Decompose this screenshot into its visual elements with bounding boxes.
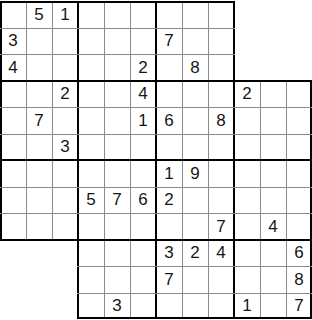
cell-r10c5-empty[interactable] <box>104 240 130 267</box>
cell-r5c7-given[interactable]: 6 <box>156 107 182 134</box>
cell-r2c9-empty[interactable] <box>208 28 234 55</box>
cell-r1c5-empty[interactable] <box>104 1 130 28</box>
cell-r4c2-empty[interactable] <box>26 81 52 108</box>
cell-r10c4-empty[interactable] <box>78 240 104 267</box>
cell-r4c4-empty[interactable] <box>78 81 104 108</box>
cell-r12c9-empty[interactable] <box>208 293 234 320</box>
cell-r10c7-given[interactable]: 3 <box>156 240 182 267</box>
cell-r7c12-empty[interactable] <box>286 160 312 187</box>
cell-r3c8-given[interactable]: 8 <box>182 54 208 81</box>
cell-r12c6-empty[interactable] <box>130 293 156 320</box>
cell-r8c6-given[interactable]: 6 <box>130 187 156 214</box>
cell-r1c9-empty[interactable] <box>208 1 234 28</box>
cell-r8c2-empty[interactable] <box>26 187 52 214</box>
cell-r5c6-given[interactable]: 1 <box>130 107 156 134</box>
cell-r1c8-empty[interactable] <box>182 1 208 28</box>
cell-r6c11-empty[interactable] <box>260 134 286 161</box>
cell-r2c6-empty[interactable] <box>130 28 156 55</box>
cell-r9c5-empty[interactable] <box>104 213 130 240</box>
cell-r9c3-empty[interactable] <box>52 213 78 240</box>
cell-r7c3-empty[interactable] <box>52 160 78 187</box>
cell-r1c3-given[interactable]: 1 <box>52 1 78 28</box>
cell-r3c1-given[interactable]: 4 <box>0 54 26 81</box>
cell-r2c4-empty[interactable] <box>78 28 104 55</box>
cell-r11c4-empty[interactable] <box>78 266 104 293</box>
cell-r6c5-empty[interactable] <box>104 134 130 161</box>
puzzle-screen: 51374282427168319576274324678317 <box>0 0 312 320</box>
cell-r6c4-empty[interactable] <box>78 134 104 161</box>
cell-r8c4-given[interactable]: 5 <box>78 187 104 214</box>
cell-r4c1-empty[interactable] <box>0 81 26 108</box>
cell-r4c12-empty[interactable] <box>286 81 312 108</box>
cell-r6c12-empty[interactable] <box>286 134 312 161</box>
cell-r6c6-empty[interactable] <box>130 134 156 161</box>
cell-r6c8-empty[interactable] <box>182 134 208 161</box>
cell-r4c3-given[interactable]: 2 <box>52 81 78 108</box>
cell-r7c9-empty[interactable] <box>208 160 234 187</box>
cell-r11c12-given[interactable]: 8 <box>286 266 312 293</box>
cell-r8c1-empty[interactable] <box>0 187 26 214</box>
cell-r6c1-empty[interactable] <box>0 134 26 161</box>
cell-r7c5-empty[interactable] <box>104 160 130 187</box>
cell-r9c4-empty[interactable] <box>78 213 104 240</box>
cell-r8c5-given[interactable]: 7 <box>104 187 130 214</box>
cell-r7c11-empty[interactable] <box>260 160 286 187</box>
cell-r2c7-given[interactable]: 7 <box>156 28 182 55</box>
cell-r3c7-empty[interactable] <box>156 54 182 81</box>
cell-r11c11-empty[interactable] <box>260 266 286 293</box>
cell-r5c4-empty[interactable] <box>78 107 104 134</box>
cell-r10c6-empty[interactable] <box>130 240 156 267</box>
cell-r9c11-given[interactable]: 4 <box>260 213 286 240</box>
cell-r7c6-empty[interactable] <box>130 160 156 187</box>
cell-r6c2-empty[interactable] <box>26 134 52 161</box>
cell-r12c5-given[interactable]: 3 <box>104 293 130 320</box>
cell-r1c6-empty[interactable] <box>130 1 156 28</box>
cell-r2c3-empty[interactable] <box>52 28 78 55</box>
cell-r7c10-empty[interactable] <box>234 160 260 187</box>
cell-r1c4-empty[interactable] <box>78 1 104 28</box>
cell-r8c9-empty[interactable] <box>208 187 234 214</box>
cell-r5c1-empty[interactable] <box>0 107 26 134</box>
cell-r10c8-given[interactable]: 2 <box>182 240 208 267</box>
cell-r1c2-given[interactable]: 5 <box>26 1 52 28</box>
cell-r2c8-empty[interactable] <box>182 28 208 55</box>
cell-r8c11-empty[interactable] <box>260 187 286 214</box>
cell-r10c9-given[interactable]: 4 <box>208 240 234 267</box>
cell-r11c8-empty[interactable] <box>182 266 208 293</box>
cell-r4c10-given[interactable]: 2 <box>234 81 260 108</box>
cell-r8c12-empty[interactable] <box>286 187 312 214</box>
cell-r12c8-empty[interactable] <box>182 293 208 320</box>
cell-r9c2-empty[interactable] <box>26 213 52 240</box>
cell-r10c12-given[interactable]: 6 <box>286 240 312 267</box>
cell-r11c7-given[interactable]: 7 <box>156 266 182 293</box>
cell-r4c7-empty[interactable] <box>156 81 182 108</box>
cell-r12c10-given[interactable]: 1 <box>234 293 260 320</box>
cell-r5c8-empty[interactable] <box>182 107 208 134</box>
cell-r5c10-empty[interactable] <box>234 107 260 134</box>
cell-r1c7-empty[interactable] <box>156 1 182 28</box>
cell-r4c11-empty[interactable] <box>260 81 286 108</box>
cell-r8c7-given[interactable]: 2 <box>156 187 182 214</box>
cell-r8c8-empty[interactable] <box>182 187 208 214</box>
cell-r8c3-empty[interactable] <box>52 187 78 214</box>
cell-r3c2-empty[interactable] <box>26 54 52 81</box>
cell-r3c6-given[interactable]: 2 <box>130 54 156 81</box>
cell-r2c5-empty[interactable] <box>104 28 130 55</box>
cell-r9c7-empty[interactable] <box>156 213 182 240</box>
cell-r11c9-empty[interactable] <box>208 266 234 293</box>
cell-r4c8-empty[interactable] <box>182 81 208 108</box>
cell-r9c8-empty[interactable] <box>182 213 208 240</box>
twodoku-board: 51374282427168319576274324678317 <box>0 1 312 319</box>
cell-r4c5-empty[interactable] <box>104 81 130 108</box>
cell-r7c2-empty[interactable] <box>26 160 52 187</box>
cell-r6c3-given[interactable]: 3 <box>52 134 78 161</box>
cell-r5c5-empty[interactable] <box>104 107 130 134</box>
cell-r11c5-empty[interactable] <box>104 266 130 293</box>
cell-r7c8-given[interactable]: 9 <box>182 160 208 187</box>
cell-r2c2-empty[interactable] <box>26 28 52 55</box>
cell-r6c7-empty[interactable] <box>156 134 182 161</box>
cell-r12c4-empty[interactable] <box>78 293 104 320</box>
cell-r7c7-given[interactable]: 1 <box>156 160 182 187</box>
cell-r5c9-given[interactable]: 8 <box>208 107 234 134</box>
cell-r7c4-empty[interactable] <box>78 160 104 187</box>
cell-r5c2-given[interactable]: 7 <box>26 107 52 134</box>
cell-r3c3-empty[interactable] <box>52 54 78 81</box>
cell-r6c10-empty[interactable] <box>234 134 260 161</box>
cell-r9c9-given[interactable]: 7 <box>208 213 234 240</box>
cell-r4c6-given[interactable]: 4 <box>130 81 156 108</box>
cell-r3c4-empty[interactable] <box>78 54 104 81</box>
cell-r12c12-given[interactable]: 7 <box>286 293 312 320</box>
cell-r3c5-empty[interactable] <box>104 54 130 81</box>
cell-r11c10-empty[interactable] <box>234 266 260 293</box>
cell-r12c7-empty[interactable] <box>156 293 182 320</box>
cell-r5c3-empty[interactable] <box>52 107 78 134</box>
cell-r5c11-empty[interactable] <box>260 107 286 134</box>
cell-r9c12-empty[interactable] <box>286 213 312 240</box>
cell-r4c9-empty[interactable] <box>208 81 234 108</box>
cell-r10c11-empty[interactable] <box>260 240 286 267</box>
cell-r9c1-empty[interactable] <box>0 213 26 240</box>
cell-r5c12-empty[interactable] <box>286 107 312 134</box>
cell-r6c9-empty[interactable] <box>208 134 234 161</box>
cell-r9c6-empty[interactable] <box>130 213 156 240</box>
cell-r7c1-empty[interactable] <box>0 160 26 187</box>
cell-r1c1-empty[interactable] <box>0 1 26 28</box>
cell-r10c10-empty[interactable] <box>234 240 260 267</box>
cell-r11c6-empty[interactable] <box>130 266 156 293</box>
cell-r9c10-empty[interactable] <box>234 213 260 240</box>
cell-r3c9-empty[interactable] <box>208 54 234 81</box>
cell-r2c1-given[interactable]: 3 <box>0 28 26 55</box>
cell-r12c11-empty[interactable] <box>260 293 286 320</box>
cell-r8c10-empty[interactable] <box>234 187 260 214</box>
